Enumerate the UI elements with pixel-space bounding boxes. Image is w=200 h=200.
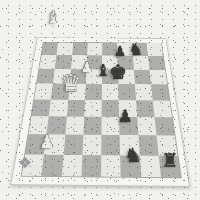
square-h4[interactable] (153, 100, 172, 117)
piece-black-knight-f1[interactable]: ♞ (124, 145, 142, 165)
piece-white-queen-c4[interactable]: ♛ (61, 72, 82, 95)
square-d2[interactable] (82, 135, 101, 155)
piece-black-knight-g6[interactable]: ♞ (129, 42, 143, 58)
corner-logo-ornament: ❖ (18, 156, 31, 171)
square-h3[interactable] (154, 117, 174, 136)
square-e2[interactable] (101, 135, 120, 155)
piece-black-rook-h1[interactable]: ♜ (161, 151, 178, 170)
piece-black-bishop-e5[interactable]: ♝ (96, 63, 110, 79)
square-g1[interactable] (139, 155, 160, 177)
square-c3[interactable] (65, 116, 84, 134)
square-h5[interactable] (151, 84, 170, 100)
square-b8[interactable] (57, 43, 73, 56)
square-d3[interactable] (83, 117, 101, 135)
square-d5[interactable] (85, 84, 102, 100)
square-g4[interactable] (136, 100, 155, 117)
square-a6[interactable] (37, 69, 55, 84)
square-h8[interactable] (146, 43, 163, 56)
square-c1[interactable] (61, 155, 82, 177)
square-c8[interactable] (72, 43, 88, 56)
square-d8[interactable] (87, 43, 102, 56)
square-c2[interactable] (63, 135, 83, 155)
square-a5[interactable] (34, 83, 53, 99)
square-h7[interactable] (148, 56, 165, 70)
square-a7[interactable] (39, 55, 56, 69)
square-a8[interactable] (41, 42, 58, 55)
piece-black-king-f5[interactable]: ♚ (109, 62, 127, 82)
square-g5[interactable] (135, 84, 153, 100)
piece-white-bishop-b8[interactable]: ♝ (46, 10, 60, 26)
square-g3[interactable] (137, 117, 157, 136)
square-d1[interactable] (81, 155, 101, 177)
piece-white-pawn-d5[interactable]: ♟ (81, 60, 94, 74)
square-e5[interactable] (102, 84, 119, 100)
square-e1[interactable] (101, 155, 121, 177)
square-d4[interactable] (84, 100, 102, 117)
piece-white-pawn-b2[interactable]: ♟ (39, 133, 55, 151)
square-h6[interactable] (149, 70, 167, 85)
piece-black-pawn-f3[interactable]: ♟ (117, 108, 132, 125)
square-f5[interactable] (118, 84, 135, 100)
square-a4[interactable] (31, 99, 51, 116)
square-g6[interactable] (134, 70, 151, 85)
square-b7[interactable] (55, 55, 72, 69)
square-b4[interactable] (49, 99, 68, 116)
piece-black-pawn-f6[interactable]: ♟ (114, 44, 127, 58)
square-b1[interactable] (42, 154, 64, 176)
chessboard-photo: ♝♟♞♝♚♟♛♟♟♞♜ ❖ (0, 0, 200, 200)
square-c4[interactable] (67, 99, 85, 116)
